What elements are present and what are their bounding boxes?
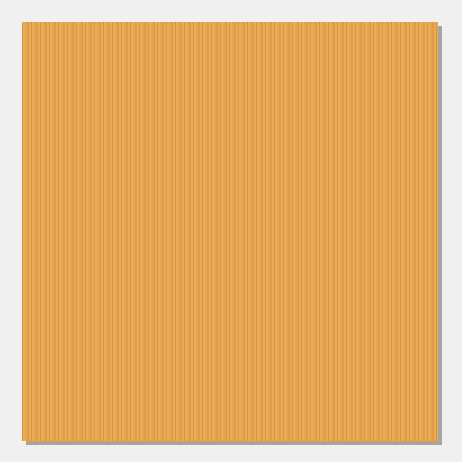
go-board[interactable] xyxy=(22,22,438,441)
board-grid xyxy=(22,22,438,441)
go-board-panel xyxy=(0,0,462,462)
